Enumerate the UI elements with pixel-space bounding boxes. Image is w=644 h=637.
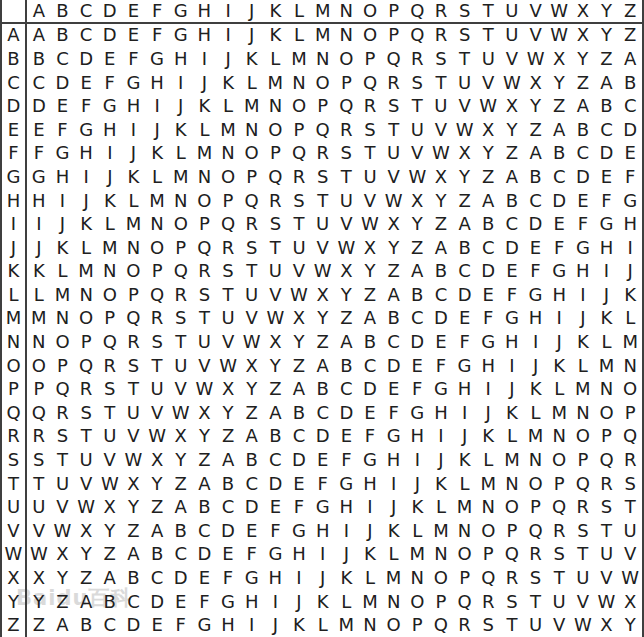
grid-cell: K bbox=[524, 377, 548, 401]
col-header-cell: X bbox=[571, 0, 595, 24]
grid-cell: M bbox=[193, 142, 217, 166]
grid-cell: N bbox=[216, 142, 240, 166]
grid-cell: E bbox=[453, 307, 477, 331]
grid-cell: J bbox=[145, 118, 169, 142]
grid-cell: B bbox=[98, 590, 122, 614]
grid-cell: O bbox=[98, 283, 122, 307]
row-header-cell: X bbox=[2, 566, 27, 590]
grid-cell: Y bbox=[571, 47, 595, 71]
grid-cell: Q bbox=[169, 260, 193, 284]
grid-cell: V bbox=[287, 260, 311, 284]
grid-cell: I bbox=[500, 354, 524, 378]
grid-cell: O bbox=[122, 260, 146, 284]
grid-cell: R bbox=[618, 448, 642, 472]
grid-cell: M bbox=[524, 425, 548, 449]
grid-cell: A bbox=[335, 330, 359, 354]
grid-cell: E bbox=[145, 613, 169, 637]
grid-cell: X bbox=[335, 260, 359, 284]
grid-cell: V bbox=[571, 590, 595, 614]
grid-cell: C bbox=[453, 260, 477, 284]
grid-cell: G bbox=[216, 590, 240, 614]
grid-cell: U bbox=[524, 613, 548, 637]
grid-cell: T bbox=[358, 142, 382, 166]
grid-cell: T bbox=[500, 613, 524, 637]
grid-cell: T bbox=[51, 448, 75, 472]
grid-cell: E bbox=[358, 401, 382, 425]
grid-cell: N bbox=[500, 472, 524, 496]
grid-cell: G bbox=[122, 71, 146, 95]
grid-cell: V bbox=[311, 236, 335, 260]
grid-cell: X bbox=[429, 165, 453, 189]
grid-cell: I bbox=[311, 543, 335, 567]
grid-cell: L bbox=[74, 236, 98, 260]
grid-cell: W bbox=[193, 377, 217, 401]
grid-cell: T bbox=[547, 566, 571, 590]
grid-cell: V bbox=[382, 165, 406, 189]
grid-cell: Y bbox=[500, 118, 524, 142]
grid-cell: P bbox=[311, 94, 335, 118]
grid-cell: N bbox=[547, 425, 571, 449]
grid-cell: M bbox=[476, 472, 500, 496]
grid-cell: K bbox=[595, 307, 619, 331]
col-header-cell: T bbox=[476, 0, 500, 24]
grid-cell: J bbox=[382, 495, 406, 519]
grid-cell: A bbox=[51, 613, 75, 637]
grid-cell: A bbox=[216, 448, 240, 472]
grid-cell: Q bbox=[358, 71, 382, 95]
grid-cell: Q bbox=[405, 24, 429, 48]
grid-cell: N bbox=[595, 377, 619, 401]
grid-cell: F bbox=[122, 47, 146, 71]
grid-cell: J bbox=[122, 142, 146, 166]
grid-cell: C bbox=[500, 212, 524, 236]
grid-cell: M bbox=[547, 401, 571, 425]
tabula-recta-board: Baidu百科 ABCDEFGHIJKLMNOPQRSTUVWXYZAABCDE… bbox=[0, 0, 644, 637]
grid-cell: O bbox=[524, 472, 548, 496]
row-header-cell: F bbox=[2, 142, 27, 166]
grid-cell: J bbox=[429, 448, 453, 472]
grid-cell: A bbox=[500, 165, 524, 189]
grid-cell: C bbox=[524, 189, 548, 213]
grid-cell: R bbox=[524, 543, 548, 567]
grid-cell: Y bbox=[240, 377, 264, 401]
row-header-cell: I bbox=[2, 212, 27, 236]
grid-cell: D bbox=[74, 47, 98, 71]
grid-cell: D bbox=[193, 543, 217, 567]
row-header-cell: Z bbox=[2, 613, 27, 637]
grid-cell: D bbox=[145, 590, 169, 614]
grid-cell: P bbox=[618, 401, 642, 425]
grid-cell: T bbox=[429, 71, 453, 95]
grid-cell: Q bbox=[287, 142, 311, 166]
grid-cell: X bbox=[51, 543, 75, 567]
col-header-cell: D bbox=[98, 0, 122, 24]
grid-cell: T bbox=[169, 330, 193, 354]
row-header-cell: D bbox=[2, 94, 27, 118]
grid-cell: J bbox=[216, 47, 240, 71]
grid-cell: P bbox=[500, 519, 524, 543]
grid-cell: W bbox=[311, 260, 335, 284]
grid-cell: K bbox=[547, 354, 571, 378]
grid-cell: B bbox=[122, 566, 146, 590]
grid-cell: F bbox=[145, 24, 169, 48]
grid-cell: L bbox=[547, 377, 571, 401]
grid-cell: D bbox=[500, 236, 524, 260]
grid-cell: X bbox=[453, 142, 477, 166]
grid-cell: R bbox=[476, 590, 500, 614]
grid-cell: M bbox=[169, 165, 193, 189]
grid-cell: L bbox=[264, 47, 288, 71]
grid-cell: M bbox=[571, 377, 595, 401]
grid-cell: L bbox=[524, 401, 548, 425]
grid-cell: I bbox=[98, 142, 122, 166]
col-header-cell: M bbox=[311, 0, 335, 24]
grid-cell: I bbox=[264, 590, 288, 614]
col-header-cell: R bbox=[429, 0, 453, 24]
grid-cell: W bbox=[287, 283, 311, 307]
grid-cell: K bbox=[145, 142, 169, 166]
grid-cell: H bbox=[193, 24, 217, 48]
col-header-cell: V bbox=[524, 0, 548, 24]
grid-cell: I bbox=[429, 425, 453, 449]
grid-cell: S bbox=[405, 71, 429, 95]
grid-cell: K bbox=[240, 47, 264, 71]
grid-cell: A bbox=[405, 260, 429, 284]
grid-cell: Q bbox=[122, 307, 146, 331]
grid-cell: D bbox=[595, 142, 619, 166]
grid-cell: T bbox=[122, 377, 146, 401]
grid-cell: B bbox=[524, 165, 548, 189]
grid-cell: I bbox=[51, 189, 75, 213]
grid-cell: B bbox=[595, 94, 619, 118]
grid-cell: W bbox=[524, 47, 548, 71]
grid-cell: W bbox=[571, 613, 595, 637]
grid-cell: V bbox=[264, 283, 288, 307]
grid-cell: A bbox=[358, 307, 382, 331]
grid-cell: I bbox=[547, 307, 571, 331]
grid-cell: B bbox=[216, 472, 240, 496]
grid-cell: Z bbox=[98, 543, 122, 567]
grid-cell: O bbox=[264, 118, 288, 142]
col-header-cell: Z bbox=[618, 0, 642, 24]
grid-cell: C bbox=[98, 613, 122, 637]
grid-cell: P bbox=[382, 24, 406, 48]
grid-cell: A bbox=[122, 543, 146, 567]
grid-cell: R bbox=[500, 566, 524, 590]
grid-cell: K bbox=[453, 448, 477, 472]
grid-cell: G bbox=[74, 118, 98, 142]
grid-cell: U bbox=[287, 236, 311, 260]
grid-cell: G bbox=[51, 142, 75, 166]
row-header-cell: H bbox=[2, 189, 27, 213]
grid-cell: V bbox=[524, 24, 548, 48]
grid-cell: Y bbox=[98, 519, 122, 543]
grid-cell: J bbox=[405, 472, 429, 496]
grid-cell: G bbox=[547, 260, 571, 284]
grid-cell: M bbox=[358, 590, 382, 614]
grid-cell: S bbox=[287, 189, 311, 213]
grid-cell: H bbox=[500, 330, 524, 354]
grid-cell: Q bbox=[311, 118, 335, 142]
grid-cell: X bbox=[98, 495, 122, 519]
grid-cell: A bbox=[476, 189, 500, 213]
grid-cell: X bbox=[618, 590, 642, 614]
grid-cell: Y bbox=[476, 142, 500, 166]
col-header-cell: S bbox=[453, 0, 477, 24]
grid-cell: J bbox=[547, 330, 571, 354]
grid-cell: P bbox=[595, 425, 619, 449]
grid-cell: Y bbox=[618, 613, 642, 637]
grid-cell: E bbox=[193, 566, 217, 590]
grid-cell: W bbox=[98, 472, 122, 496]
grid-cell: J bbox=[335, 543, 359, 567]
row-header-cell: B bbox=[2, 47, 27, 71]
grid-cell: P bbox=[27, 377, 51, 401]
grid-cell: C bbox=[27, 71, 51, 95]
grid-cell: T bbox=[335, 165, 359, 189]
grid-cell: Y bbox=[193, 425, 217, 449]
grid-cell: V bbox=[122, 425, 146, 449]
grid-cell: H bbox=[382, 448, 406, 472]
grid-cell: G bbox=[571, 236, 595, 260]
grid-cell: P bbox=[287, 118, 311, 142]
grid-cell: S bbox=[335, 142, 359, 166]
grid-cell: D bbox=[618, 118, 642, 142]
grid-cell: F bbox=[264, 519, 288, 543]
grid-cell: M bbox=[429, 519, 453, 543]
grid-cell: B bbox=[547, 142, 571, 166]
grid-cell: H bbox=[595, 236, 619, 260]
grid-cell: F bbox=[500, 283, 524, 307]
grid-cell: P bbox=[98, 307, 122, 331]
grid-cell: R bbox=[27, 425, 51, 449]
grid-cell: Z bbox=[382, 260, 406, 284]
grid-cell: Y bbox=[453, 165, 477, 189]
grid-cell: Z bbox=[571, 71, 595, 95]
row-header-cell: W bbox=[2, 543, 27, 567]
grid-cell: K bbox=[618, 283, 642, 307]
grid-cell: S bbox=[311, 165, 335, 189]
col-header-cell: F bbox=[145, 0, 169, 24]
grid-cell: H bbox=[216, 613, 240, 637]
grid-cell: L bbox=[595, 330, 619, 354]
grid-cell: J bbox=[98, 165, 122, 189]
grid-cell: O bbox=[547, 448, 571, 472]
row-header-cell: K bbox=[2, 260, 27, 284]
grid-cell: Z bbox=[358, 283, 382, 307]
grid-cell: B bbox=[358, 330, 382, 354]
grid-cell: Q bbox=[476, 566, 500, 590]
grid-cell: H bbox=[335, 495, 359, 519]
grid-cell: M bbox=[382, 566, 406, 590]
grid-cell: N bbox=[74, 283, 98, 307]
grid-cell: D bbox=[571, 165, 595, 189]
grid-cell: V bbox=[429, 118, 453, 142]
grid-cell: J bbox=[571, 307, 595, 331]
grid-cell: S bbox=[264, 212, 288, 236]
grid-cell: V bbox=[98, 448, 122, 472]
grid-cell: R bbox=[547, 519, 571, 543]
grid-cell: S bbox=[240, 236, 264, 260]
grid-cell: W bbox=[27, 543, 51, 567]
grid-cell: Q bbox=[27, 401, 51, 425]
grid-cell: P bbox=[240, 165, 264, 189]
grid-cell: R bbox=[405, 47, 429, 71]
grid-cell: A bbox=[145, 519, 169, 543]
grid-cell: W bbox=[382, 189, 406, 213]
grid-cell: W bbox=[476, 94, 500, 118]
grid-cell: S bbox=[169, 307, 193, 331]
grid-cell: R bbox=[453, 613, 477, 637]
row-header-cell: E bbox=[2, 118, 27, 142]
grid-cell: S bbox=[429, 47, 453, 71]
grid-cell: Q bbox=[382, 47, 406, 71]
grid-cell: H bbox=[240, 590, 264, 614]
grid-cell: G bbox=[405, 401, 429, 425]
grid-cell: S bbox=[476, 613, 500, 637]
grid-cell: N bbox=[382, 590, 406, 614]
grid-cell: H bbox=[571, 260, 595, 284]
grid-cell: O bbox=[405, 590, 429, 614]
grid-cell: H bbox=[145, 71, 169, 95]
grid-cell: Y bbox=[27, 590, 51, 614]
col-header-cell: L bbox=[287, 0, 311, 24]
grid-cell: J bbox=[358, 519, 382, 543]
row-header-cell: M bbox=[2, 307, 27, 331]
grid-cell: T bbox=[453, 47, 477, 71]
grid-cell: J bbox=[27, 236, 51, 260]
grid-cell: D bbox=[429, 307, 453, 331]
grid-cell: U bbox=[429, 94, 453, 118]
grid-cell: S bbox=[122, 354, 146, 378]
grid-cell: C bbox=[429, 283, 453, 307]
grid-cell: Z bbox=[524, 118, 548, 142]
grid-cell: W bbox=[618, 566, 642, 590]
grid-cell: N bbox=[429, 543, 453, 567]
grid-cell: U bbox=[358, 165, 382, 189]
grid-cell: M bbox=[595, 354, 619, 378]
row-header-cell: U bbox=[2, 495, 27, 519]
row-header-cell: S bbox=[2, 448, 27, 472]
grid-cell: R bbox=[335, 118, 359, 142]
grid-cell: P bbox=[193, 212, 217, 236]
grid-cell: D bbox=[335, 401, 359, 425]
grid-cell: K bbox=[571, 330, 595, 354]
grid-cell: P bbox=[74, 330, 98, 354]
grid-cell: T bbox=[98, 401, 122, 425]
grid-cell: M bbox=[287, 47, 311, 71]
grid-cell: C bbox=[335, 377, 359, 401]
grid-cell: U bbox=[500, 24, 524, 48]
grid-cell: A bbox=[287, 377, 311, 401]
grid-cell: J bbox=[193, 71, 217, 95]
grid-cell: G bbox=[98, 94, 122, 118]
grid-cell: X bbox=[27, 566, 51, 590]
grid-cell: Z bbox=[169, 472, 193, 496]
grid-cell: Y bbox=[169, 448, 193, 472]
grid-cell: X bbox=[595, 613, 619, 637]
grid-cell: V bbox=[453, 94, 477, 118]
grid-cell: E bbox=[27, 118, 51, 142]
grid-cell: K bbox=[216, 71, 240, 95]
grid-cell: P bbox=[169, 236, 193, 260]
grid-cell: E bbox=[335, 425, 359, 449]
grid-cell: Z bbox=[429, 212, 453, 236]
grid-cell: N bbox=[311, 47, 335, 71]
grid-cell: P bbox=[524, 495, 548, 519]
grid-cell: C bbox=[216, 495, 240, 519]
grid-cell: X bbox=[193, 401, 217, 425]
grid-cell: N bbox=[51, 307, 75, 331]
grid-cell: K bbox=[169, 118, 193, 142]
grid-cell: V bbox=[193, 354, 217, 378]
grid-cell: W bbox=[74, 495, 98, 519]
grid-cell: W bbox=[240, 330, 264, 354]
grid-cell: S bbox=[453, 24, 477, 48]
grid-cell: A bbox=[169, 495, 193, 519]
grid-cell: L bbox=[51, 260, 75, 284]
grid-cell: K bbox=[382, 519, 406, 543]
grid-cell: O bbox=[145, 236, 169, 260]
grid-cell: B bbox=[74, 613, 98, 637]
grid-cell: R bbox=[145, 307, 169, 331]
grid-cell: I bbox=[358, 495, 382, 519]
grid-cell: L bbox=[335, 590, 359, 614]
grid-cell: L bbox=[216, 94, 240, 118]
grid-cell: G bbox=[27, 165, 51, 189]
grid-cell: U bbox=[335, 189, 359, 213]
grid-cell: L bbox=[500, 425, 524, 449]
grid-cell: H bbox=[98, 118, 122, 142]
grid-cell: E bbox=[405, 354, 429, 378]
grid-cell: W bbox=[145, 425, 169, 449]
grid-cell: O bbox=[618, 377, 642, 401]
grid-cell: X bbox=[122, 472, 146, 496]
grid-cell: M bbox=[74, 260, 98, 284]
grid-cell: Y bbox=[74, 543, 98, 567]
grid-cell: J bbox=[264, 613, 288, 637]
col-header-cell: E bbox=[122, 0, 146, 24]
grid-cell: B bbox=[429, 260, 453, 284]
grid-cell: E bbox=[547, 212, 571, 236]
grid-cell: U bbox=[169, 354, 193, 378]
grid-cell: Z bbox=[240, 401, 264, 425]
grid-cell: M bbox=[98, 236, 122, 260]
grid-cell: Q bbox=[145, 283, 169, 307]
grid-cell: P bbox=[358, 47, 382, 71]
grid-cell: F bbox=[382, 401, 406, 425]
grid-cell: D bbox=[453, 283, 477, 307]
col-header-cell: K bbox=[264, 0, 288, 24]
grid-cell: J bbox=[595, 283, 619, 307]
grid-cell: I bbox=[240, 613, 264, 637]
row-header-cell: T bbox=[2, 472, 27, 496]
grid-cell: N bbox=[476, 495, 500, 519]
grid-cell: D bbox=[216, 519, 240, 543]
grid-cell: K bbox=[358, 543, 382, 567]
grid-cell: P bbox=[571, 448, 595, 472]
grid-cell: H bbox=[169, 47, 193, 71]
grid-cell: L bbox=[169, 142, 193, 166]
grid-cell: W bbox=[264, 307, 288, 331]
grid-cell: O bbox=[500, 495, 524, 519]
grid-cell: K bbox=[122, 165, 146, 189]
grid-cell: K bbox=[311, 590, 335, 614]
grid-cell: J bbox=[311, 566, 335, 590]
grid-cell: X bbox=[382, 212, 406, 236]
grid-cell: W bbox=[122, 448, 146, 472]
grid-cell: N bbox=[145, 212, 169, 236]
